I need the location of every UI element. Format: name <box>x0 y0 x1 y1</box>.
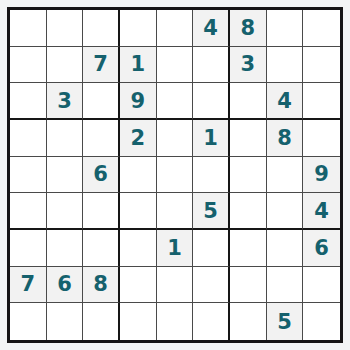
sudoku-cell-r7c4[interactable] <box>120 230 157 267</box>
sudoku-cell-r6c2[interactable] <box>47 193 84 230</box>
sudoku-cell-r6c1[interactable] <box>10 193 47 230</box>
sudoku-cell-r7c5[interactable]: 1 <box>157 230 194 267</box>
sudoku-cell-r4c8[interactable]: 8 <box>267 120 304 157</box>
sudoku-cell-r3c6[interactable] <box>193 83 230 120</box>
sudoku-cell-r4c2[interactable] <box>47 120 84 157</box>
sudoku-cell-r9c2[interactable] <box>47 303 84 340</box>
sudoku-cell-r7c8[interactable] <box>267 230 304 267</box>
sudoku-cell-r7c6[interactable] <box>193 230 230 267</box>
sudoku-board: 487133942186954167685 <box>7 7 343 343</box>
sudoku-cell-r4c5[interactable] <box>157 120 194 157</box>
sudoku-cell-r3c5[interactable] <box>157 83 194 120</box>
sudoku-cell-r6c6[interactable]: 5 <box>193 193 230 230</box>
sudoku-cell-r2c5[interactable] <box>157 47 194 84</box>
sudoku-cell-r9c6[interactable] <box>193 303 230 340</box>
sudoku-cell-r6c3[interactable] <box>83 193 120 230</box>
sudoku-cell-r2c8[interactable] <box>267 47 304 84</box>
sudoku-cell-r6c5[interactable] <box>157 193 194 230</box>
sudoku-cell-r3c8[interactable]: 4 <box>267 83 304 120</box>
sudoku-cell-r2c4[interactable]: 1 <box>120 47 157 84</box>
sudoku-cell-r3c2[interactable]: 3 <box>47 83 84 120</box>
sudoku-cell-r9c4[interactable] <box>120 303 157 340</box>
sudoku-cell-r9c3[interactable] <box>83 303 120 340</box>
sudoku-cell-r1c4[interactable] <box>120 10 157 47</box>
sudoku-cell-r8c5[interactable] <box>157 267 194 304</box>
sudoku-cell-r2c1[interactable] <box>10 47 47 84</box>
sudoku-cell-r3c7[interactable] <box>230 83 267 120</box>
sudoku-cell-r1c2[interactable] <box>47 10 84 47</box>
sudoku-cell-r5c5[interactable] <box>157 157 194 194</box>
sudoku-cell-r2c7[interactable]: 3 <box>230 47 267 84</box>
sudoku-cell-r7c9[interactable]: 6 <box>303 230 340 267</box>
sudoku-cell-r6c7[interactable] <box>230 193 267 230</box>
sudoku-cell-r4c4[interactable]: 2 <box>120 120 157 157</box>
sudoku-cell-r4c1[interactable] <box>10 120 47 157</box>
sudoku-cell-r7c1[interactable] <box>10 230 47 267</box>
sudoku-cell-r3c9[interactable] <box>303 83 340 120</box>
sudoku-cell-r1c8[interactable] <box>267 10 304 47</box>
sudoku-cell-r2c6[interactable] <box>193 47 230 84</box>
sudoku-cell-r9c8[interactable]: 5 <box>267 303 304 340</box>
sudoku-cell-r9c9[interactable] <box>303 303 340 340</box>
sudoku-cell-r5c4[interactable] <box>120 157 157 194</box>
sudoku-cell-r7c2[interactable] <box>47 230 84 267</box>
sudoku-cell-r8c7[interactable] <box>230 267 267 304</box>
sudoku-cell-r8c4[interactable] <box>120 267 157 304</box>
sudoku-cell-r6c8[interactable] <box>267 193 304 230</box>
sudoku-cell-r2c9[interactable] <box>303 47 340 84</box>
sudoku-cell-r3c4[interactable]: 9 <box>120 83 157 120</box>
sudoku-cell-r1c1[interactable] <box>10 10 47 47</box>
sudoku-cell-r8c1[interactable]: 7 <box>10 267 47 304</box>
sudoku-cell-r8c8[interactable] <box>267 267 304 304</box>
sudoku-cell-r5c2[interactable] <box>47 157 84 194</box>
sudoku-cell-r9c1[interactable] <box>10 303 47 340</box>
sudoku-cell-r2c3[interactable]: 7 <box>83 47 120 84</box>
sudoku-cell-r5c6[interactable] <box>193 157 230 194</box>
sudoku-cell-r1c3[interactable] <box>83 10 120 47</box>
sudoku-cell-r2c2[interactable] <box>47 47 84 84</box>
sudoku-cell-r6c4[interactable] <box>120 193 157 230</box>
sudoku-cell-r5c3[interactable]: 6 <box>83 157 120 194</box>
sudoku-cell-r1c6[interactable]: 4 <box>193 10 230 47</box>
sudoku-cell-r6c9[interactable]: 4 <box>303 193 340 230</box>
sudoku-cell-r1c5[interactable] <box>157 10 194 47</box>
sudoku-cell-r5c9[interactable]: 9 <box>303 157 340 194</box>
sudoku-cell-r3c1[interactable] <box>10 83 47 120</box>
sudoku-cell-r8c2[interactable]: 6 <box>47 267 84 304</box>
sudoku-cell-r8c6[interactable] <box>193 267 230 304</box>
sudoku-cell-r9c5[interactable] <box>157 303 194 340</box>
sudoku-cell-r3c3[interactable] <box>83 83 120 120</box>
sudoku-cell-r1c7[interactable]: 8 <box>230 10 267 47</box>
sudoku-cell-r1c9[interactable] <box>303 10 340 47</box>
sudoku-cell-r5c1[interactable] <box>10 157 47 194</box>
sudoku-cell-r4c7[interactable] <box>230 120 267 157</box>
sudoku-cell-r4c6[interactable]: 1 <box>193 120 230 157</box>
sudoku-cell-r8c3[interactable]: 8 <box>83 267 120 304</box>
sudoku-cell-r9c7[interactable] <box>230 303 267 340</box>
sudoku-cell-r7c7[interactable] <box>230 230 267 267</box>
sudoku-cell-r4c3[interactable] <box>83 120 120 157</box>
sudoku-cell-r7c3[interactable] <box>83 230 120 267</box>
sudoku-cell-r5c8[interactable] <box>267 157 304 194</box>
sudoku-cell-r5c7[interactable] <box>230 157 267 194</box>
sudoku-cell-r8c9[interactable] <box>303 267 340 304</box>
sudoku-cell-r4c9[interactable] <box>303 120 340 157</box>
